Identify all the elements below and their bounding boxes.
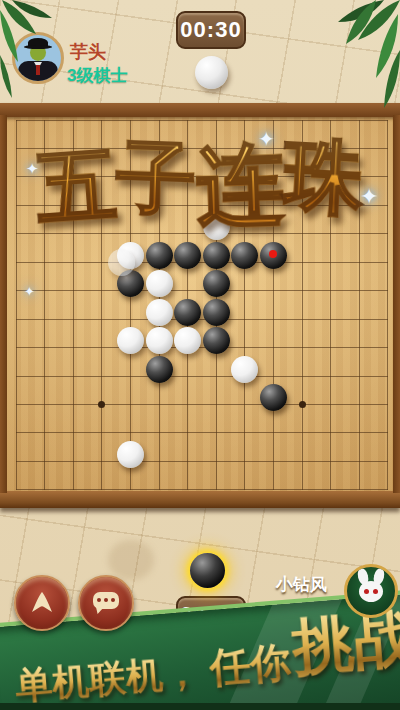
black-stone xyxy=(203,327,230,354)
bug-head xyxy=(359,581,383,602)
arrow-up-icon xyxy=(29,589,55,615)
gomoku-board[interactable] xyxy=(0,103,400,510)
black-stone xyxy=(146,242,173,269)
black-stone xyxy=(203,299,230,326)
board-surface[interactable] xyxy=(0,115,400,493)
black-stone-turn-indicator xyxy=(190,553,225,588)
grid-line-h xyxy=(16,432,388,433)
grid-line-h xyxy=(16,404,388,405)
chat-button[interactable] xyxy=(78,575,134,631)
black-stone xyxy=(203,242,230,269)
player-name: 小钻风 xyxy=(276,573,327,596)
chat-bubble-icon xyxy=(93,592,119,609)
white-stone xyxy=(117,441,144,468)
chat-bubble-tail xyxy=(96,607,104,614)
black-stone xyxy=(174,242,201,269)
floor-stain xyxy=(108,540,154,580)
white-stone xyxy=(203,213,230,240)
white-stone xyxy=(146,299,173,326)
board-frame-left xyxy=(0,115,7,493)
promo-text-part: 任你 xyxy=(207,635,293,696)
white-stone xyxy=(231,356,258,383)
avatar-tie xyxy=(36,65,40,75)
white-stone xyxy=(146,327,173,354)
sparkle-icon: ✦ xyxy=(258,127,275,151)
opponent-name: 芋头 xyxy=(70,40,106,64)
ghost-white-stone xyxy=(108,249,135,276)
last-move-marker xyxy=(269,250,277,258)
grid-line-h xyxy=(16,461,388,462)
sparkle-icon: ✦ xyxy=(360,184,378,210)
black-stone xyxy=(203,270,230,297)
opponent-rank: 3级棋士 xyxy=(67,64,127,87)
black-stone xyxy=(231,242,258,269)
grid-line-h xyxy=(16,148,388,149)
menu-button[interactable] xyxy=(14,575,70,631)
grid-line-h xyxy=(16,205,388,206)
board-frame-bottom xyxy=(0,491,400,508)
white-stone-indicator xyxy=(195,56,228,89)
white-stone xyxy=(117,327,144,354)
grid-line-h xyxy=(16,319,388,320)
grid-line-h xyxy=(16,376,388,377)
star-point xyxy=(299,401,306,408)
grid-line-h xyxy=(16,176,388,177)
bug-eye xyxy=(373,589,378,594)
black-stone xyxy=(260,384,287,411)
grid-line-h xyxy=(16,290,388,291)
avatar-hat-brim xyxy=(24,45,52,49)
grid-line-h xyxy=(16,262,388,263)
board-frame-top xyxy=(0,103,400,117)
banner-bottom-edge xyxy=(0,703,400,710)
grid-line-h xyxy=(16,120,388,121)
grid-line-h xyxy=(16,489,388,490)
white-stone xyxy=(146,270,173,297)
board-frame-right xyxy=(393,115,400,493)
player-avatar[interactable] xyxy=(344,564,398,618)
white-stone xyxy=(174,327,201,354)
sparkle-icon: ✦ xyxy=(26,160,39,178)
sparkle-icon: ✦ xyxy=(24,284,35,299)
black-stone xyxy=(146,356,173,383)
bug-eye xyxy=(364,589,369,594)
grid-line-h xyxy=(16,233,388,234)
black-stone-last-move xyxy=(260,242,287,269)
opponent-avatar[interactable] xyxy=(12,32,64,84)
grid-line-h xyxy=(16,347,388,348)
opponent-timer: 00:30 xyxy=(176,11,246,49)
black-stone xyxy=(174,299,201,326)
